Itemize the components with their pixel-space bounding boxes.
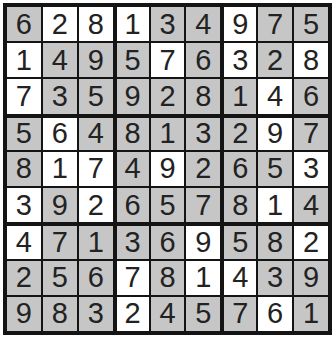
cell-r3c5[interactable]: 2	[151, 79, 185, 113]
cell-r8c1[interactable]: 2	[7, 261, 41, 295]
cell-r1c9[interactable]: 5	[294, 7, 328, 41]
cell-r6c5[interactable]: 5	[151, 188, 185, 222]
cell-r3c2[interactable]: 3	[43, 79, 77, 113]
cell-r6c8[interactable]: 1	[258, 188, 292, 222]
cell-r8c8[interactable]: 3	[258, 261, 292, 295]
cell-r7c5[interactable]: 6	[151, 224, 185, 258]
cell-r1c6[interactable]: 4	[186, 7, 220, 41]
cell-r9c9[interactable]: 1	[294, 297, 328, 331]
cell-r6c6[interactable]: 7	[186, 188, 220, 222]
cell-r7c2[interactable]: 7	[43, 224, 77, 258]
cell-r9c7[interactable]: 7	[222, 297, 256, 331]
cell-r5c5[interactable]: 9	[151, 152, 185, 186]
cell-r3c7[interactable]: 1	[222, 79, 256, 113]
cell-r4c3[interactable]: 4	[79, 116, 113, 150]
cell-r4c6[interactable]: 3	[186, 116, 220, 150]
cell-r8c3[interactable]: 6	[79, 261, 113, 295]
cell-r4c7[interactable]: 2	[222, 116, 256, 150]
cell-r1c2[interactable]: 2	[43, 7, 77, 41]
cell-r4c5[interactable]: 1	[151, 116, 185, 150]
cell-r9c4[interactable]: 2	[115, 297, 149, 331]
cell-r2c5[interactable]: 7	[151, 43, 185, 77]
cell-r5c4[interactable]: 4	[115, 152, 149, 186]
sudoku-board: 6281349751495763287359281465648132978174…	[3, 3, 332, 335]
cell-r7c8[interactable]: 8	[258, 224, 292, 258]
cell-r4c1[interactable]: 5	[7, 116, 41, 150]
cell-r6c3[interactable]: 2	[79, 188, 113, 222]
cell-r2c2[interactable]: 4	[43, 43, 77, 77]
cell-r4c2[interactable]: 6	[43, 116, 77, 150]
cell-r8c9[interactable]: 9	[294, 261, 328, 295]
cell-r5c6[interactable]: 2	[186, 152, 220, 186]
cell-r2c3[interactable]: 9	[79, 43, 113, 77]
cell-r2c1[interactable]: 1	[7, 43, 41, 77]
cell-r9c1[interactable]: 9	[7, 297, 41, 331]
cell-r5c3[interactable]: 7	[79, 152, 113, 186]
cell-r1c8[interactable]: 7	[258, 7, 292, 41]
cell-r7c4[interactable]: 3	[115, 224, 149, 258]
cell-r9c6[interactable]: 5	[186, 297, 220, 331]
cell-r1c4[interactable]: 1	[115, 7, 149, 41]
cell-r7c7[interactable]: 5	[222, 224, 256, 258]
cell-r7c1[interactable]: 4	[7, 224, 41, 258]
cell-r8c4[interactable]: 7	[115, 261, 149, 295]
cell-r4c4[interactable]: 8	[115, 116, 149, 150]
cell-r9c8[interactable]: 6	[258, 297, 292, 331]
cell-r6c2[interactable]: 9	[43, 188, 77, 222]
cell-r3c9[interactable]: 6	[294, 79, 328, 113]
cell-r9c2[interactable]: 8	[43, 297, 77, 331]
cell-r6c9[interactable]: 4	[294, 188, 328, 222]
cell-r5c7[interactable]: 6	[222, 152, 256, 186]
cell-r8c6[interactable]: 1	[186, 261, 220, 295]
cell-r5c9[interactable]: 3	[294, 152, 328, 186]
cell-r4c8[interactable]: 9	[258, 116, 292, 150]
cell-r1c5[interactable]: 3	[151, 7, 185, 41]
cell-r3c3[interactable]: 5	[79, 79, 113, 113]
cell-r8c7[interactable]: 4	[222, 261, 256, 295]
page: 6281349751495763287359281465648132978174…	[0, 0, 335, 338]
cell-r1c3[interactable]: 8	[79, 7, 113, 41]
cell-r2c7[interactable]: 3	[222, 43, 256, 77]
cell-r9c5[interactable]: 4	[151, 297, 185, 331]
cell-r6c4[interactable]: 6	[115, 188, 149, 222]
cell-r5c8[interactable]: 5	[258, 152, 292, 186]
cell-r2c8[interactable]: 2	[258, 43, 292, 77]
cell-r6c7[interactable]: 8	[222, 188, 256, 222]
cell-r7c9[interactable]: 2	[294, 224, 328, 258]
cell-r5c1[interactable]: 8	[7, 152, 41, 186]
cell-r6c1[interactable]: 3	[7, 188, 41, 222]
cell-r1c7[interactable]: 9	[222, 7, 256, 41]
cell-r3c4[interactable]: 9	[115, 79, 149, 113]
cell-r7c3[interactable]: 1	[79, 224, 113, 258]
cell-r2c9[interactable]: 8	[294, 43, 328, 77]
cell-r7c6[interactable]: 9	[186, 224, 220, 258]
cell-r8c5[interactable]: 8	[151, 261, 185, 295]
cell-r5c2[interactable]: 1	[43, 152, 77, 186]
cell-r3c8[interactable]: 4	[258, 79, 292, 113]
cell-r2c6[interactable]: 6	[186, 43, 220, 77]
cell-r1c1[interactable]: 6	[7, 7, 41, 41]
cell-r9c3[interactable]: 3	[79, 297, 113, 331]
cell-r2c4[interactable]: 5	[115, 43, 149, 77]
cell-r3c6[interactable]: 8	[186, 79, 220, 113]
cell-r3c1[interactable]: 7	[7, 79, 41, 113]
cell-r8c2[interactable]: 5	[43, 261, 77, 295]
cell-r4c9[interactable]: 7	[294, 116, 328, 150]
